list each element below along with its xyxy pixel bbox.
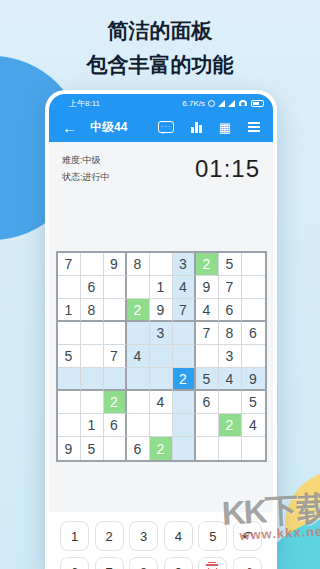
sudoku-cell[interactable] <box>58 391 81 414</box>
sudoku-cell[interactable]: 6 <box>127 437 150 460</box>
sudoku-cell[interactable]: 1 <box>150 276 173 299</box>
menu-icon[interactable] <box>248 122 260 132</box>
sudoku-cell[interactable] <box>242 276 265 299</box>
sudoku-cell[interactable] <box>196 437 219 460</box>
sudoku-cell[interactable] <box>242 299 265 322</box>
sudoku-cell[interactable]: 3 <box>150 322 173 345</box>
sudoku-cell[interactable]: 7 <box>196 322 219 345</box>
sudoku-cell[interactable]: 2 <box>104 391 127 414</box>
game-info-panel: 难度:中级 状态:进行中 01:15 <box>49 142 273 196</box>
sudoku-cell[interactable] <box>173 437 196 460</box>
sudoku-cell[interactable] <box>58 276 81 299</box>
sudoku-cell[interactable] <box>127 322 150 345</box>
sudoku-cell[interactable] <box>81 322 104 345</box>
sudoku-cell[interactable]: 2 <box>196 253 219 276</box>
sudoku-cell[interactable] <box>219 391 242 414</box>
sudoku-cell[interactable]: 9 <box>196 276 219 299</box>
sudoku-cell[interactable]: 2 <box>127 299 150 322</box>
sudoku-cell[interactable]: 3 <box>173 253 196 276</box>
sudoku-cell[interactable] <box>173 391 196 414</box>
sudoku-cell[interactable]: 4 <box>127 345 150 368</box>
sudoku-cell[interactable]: 9 <box>104 253 127 276</box>
sudoku-cell[interactable]: 6 <box>242 322 265 345</box>
sudoku-cell[interactable] <box>150 253 173 276</box>
number-pad: 12345↶ 6789✎ <box>49 512 273 569</box>
sudoku-cell[interactable]: 8 <box>219 322 242 345</box>
page-title: 中级44 <box>90 119 127 136</box>
board-grid-icon[interactable]: ▦ <box>219 121 231 134</box>
sudoku-cell[interactable] <box>150 414 173 437</box>
stats-chart-icon[interactable] <box>191 122 202 133</box>
sudoku-cell[interactable]: 7 <box>58 253 81 276</box>
sudoku-cell[interactable] <box>127 368 150 391</box>
pencil-mode-button[interactable]: ✎ <box>233 557 262 569</box>
sudoku-cell[interactable]: 1 <box>58 299 81 322</box>
sudoku-cell[interactable] <box>242 437 265 460</box>
sudoku-cell[interactable]: 6 <box>104 414 127 437</box>
wifi-icon <box>238 100 248 106</box>
numpad-key-1[interactable]: 1 <box>60 521 89 551</box>
sudoku-cell[interactable]: 2 <box>173 368 196 391</box>
sudoku-cell[interactable] <box>81 253 104 276</box>
page-heading: 简洁的面板 包含丰富的功能 <box>0 14 320 82</box>
sudoku-cell[interactable] <box>81 345 104 368</box>
sudoku-cell[interactable] <box>127 414 150 437</box>
sudoku-cell[interactable]: 8 <box>81 299 104 322</box>
alarm-icon <box>208 100 215 107</box>
numpad-key-6[interactable]: 6 <box>60 557 89 569</box>
sudoku-cell[interactable] <box>150 345 173 368</box>
numpad-key-2[interactable]: 2 <box>95 521 124 551</box>
signal-icon <box>218 100 225 107</box>
sudoku-cell[interactable]: 4 <box>196 299 219 322</box>
undo-icon: ↶ <box>242 528 254 544</box>
sudoku-cell[interactable] <box>242 345 265 368</box>
sudoku-cell[interactable] <box>81 391 104 414</box>
heading-line-1: 简洁的面板 <box>0 14 320 48</box>
sudoku-cell[interactable]: 2 <box>219 414 242 437</box>
sudoku-cell[interactable]: 5 <box>219 253 242 276</box>
numpad-key-7[interactable]: 7 <box>95 557 124 569</box>
back-button[interactable]: ← <box>62 120 77 135</box>
sudoku-cell[interactable] <box>104 437 127 460</box>
sudoku-cell[interactable] <box>219 437 242 460</box>
heading-line-2: 包含丰富的功能 <box>0 48 320 82</box>
sudoku-cell[interactable]: 4 <box>173 276 196 299</box>
sudoku-cell[interactable]: 5 <box>81 437 104 460</box>
app-screen: 上午8:11 6.7K/s ← 中级44 ··· ▦ 难度:中级 <box>49 94 273 569</box>
sudoku-cell[interactable] <box>173 345 196 368</box>
sudoku-cell[interactable]: 9 <box>150 299 173 322</box>
sudoku-cell[interactable]: 7 <box>173 299 196 322</box>
difficulty-label: 难度:中级 <box>62 152 110 169</box>
numpad-key-8[interactable]: 8 <box>129 557 158 569</box>
erase-button[interactable] <box>198 557 227 569</box>
sudoku-cell[interactable] <box>173 322 196 345</box>
sudoku-cell[interactable] <box>173 414 196 437</box>
sudoku-cell[interactable]: 5 <box>58 345 81 368</box>
sudoku-cell[interactable] <box>104 299 127 322</box>
sudoku-cell[interactable] <box>127 391 150 414</box>
sudoku-cell[interactable]: 7 <box>219 276 242 299</box>
sudoku-cell[interactable] <box>104 322 127 345</box>
sudoku-cell[interactable] <box>196 414 219 437</box>
status-time: 上午8:11 <box>69 98 100 109</box>
sudoku-cell[interactable]: 1 <box>81 414 104 437</box>
status-label: 状态:进行中 <box>62 169 110 186</box>
battery-icon <box>251 100 264 107</box>
sudoku-cell[interactable] <box>104 276 127 299</box>
sudoku-cell[interactable] <box>196 345 219 368</box>
numpad-key-5[interactable]: 5 <box>198 521 227 551</box>
phone-mockup: 上午8:11 6.7K/s ← 中级44 ··· ▦ 难度:中级 <box>45 90 277 569</box>
sudoku-cell[interactable]: 5 <box>242 391 265 414</box>
signal-icon-2 <box>228 100 235 107</box>
sudoku-cell[interactable] <box>58 368 81 391</box>
sudoku-cell[interactable] <box>104 368 127 391</box>
sudoku-cell[interactable]: 4 <box>219 368 242 391</box>
sudoku-cell[interactable]: 2 <box>150 437 173 460</box>
status-bar: 上午8:11 6.7K/s <box>49 94 273 112</box>
sudoku-cell[interactable] <box>81 368 104 391</box>
timer: 01:15 <box>195 155 260 183</box>
sudoku-cell[interactable]: 4 <box>150 391 173 414</box>
sudoku-cell[interactable] <box>242 253 265 276</box>
pencil-icon: ✎ <box>242 565 253 569</box>
status-net-speed: 6.7K/s <box>182 99 205 108</box>
sudoku-cell[interactable]: 6 <box>196 391 219 414</box>
sudoku-cell[interactable] <box>58 414 81 437</box>
app-bar: ← 中级44 ··· ▦ <box>49 112 273 142</box>
sudoku-cell[interactable]: 4 <box>242 414 265 437</box>
numpad-key-3[interactable]: 3 <box>129 521 158 551</box>
sudoku-cell[interactable]: 6 <box>81 276 104 299</box>
sudoku-cell[interactable]: 6 <box>219 299 242 322</box>
numpad-key-4[interactable]: 4 <box>164 521 193 551</box>
sudoku-cell[interactable]: 8 <box>127 253 150 276</box>
sudoku-board: 7983256149718297463786574325492465162495… <box>56 251 267 462</box>
numpad-key-9[interactable]: 9 <box>164 557 193 569</box>
sudoku-cell[interactable]: 3 <box>219 345 242 368</box>
sudoku-cell[interactable]: 7 <box>104 345 127 368</box>
sudoku-cell[interactable] <box>58 322 81 345</box>
sudoku-cell[interactable]: 9 <box>58 437 81 460</box>
sudoku-cell[interactable] <box>127 276 150 299</box>
sudoku-cell[interactable] <box>150 368 173 391</box>
sudoku-cell[interactable]: 9 <box>242 368 265 391</box>
sudoku-cell[interactable]: 5 <box>196 368 219 391</box>
hint-bubble-icon[interactable]: ··· <box>158 121 174 133</box>
undo-button[interactable]: ↶ <box>233 521 262 551</box>
